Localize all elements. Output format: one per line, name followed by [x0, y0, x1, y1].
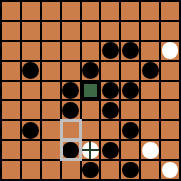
board-cell-r4c6[interactable]	[121, 82, 139, 100]
board-cell-r0c4[interactable]	[82, 2, 100, 20]
black-stone	[102, 42, 119, 59]
board-cell-r8c7[interactable]	[141, 161, 159, 179]
board-cell-r1c5[interactable]	[101, 22, 119, 40]
board-cell-r4c1[interactable]	[22, 82, 40, 100]
board-cell-r6c2[interactable]	[42, 121, 60, 139]
board-cell-r1c3[interactable]	[62, 22, 80, 40]
board-cell-r0c7[interactable]	[141, 2, 159, 20]
board-cell-r4c4[interactable]	[82, 82, 100, 100]
board-cell-r5c5[interactable]	[101, 101, 119, 119]
board-cell-r5c3[interactable]	[62, 101, 80, 119]
board-cell-r3c3[interactable]	[62, 62, 80, 80]
board-cell-r2c6[interactable]	[121, 42, 139, 60]
board-cell-r1c7[interactable]	[141, 22, 159, 40]
board-cell-r8c3[interactable]	[62, 161, 80, 179]
board-cell-r3c1[interactable]	[22, 62, 40, 80]
board-cell-r2c4[interactable]	[82, 42, 100, 60]
board-cell-r0c1[interactable]	[22, 2, 40, 20]
board-cell-r7c0[interactable]	[2, 141, 20, 159]
board-cell-r5c7[interactable]	[141, 101, 159, 119]
black-stone	[62, 82, 79, 99]
board-cell-r0c3[interactable]	[62, 2, 80, 20]
board-cell-r4c8[interactable]	[161, 82, 179, 100]
board-cell-r5c6[interactable]	[121, 101, 139, 119]
black-stone	[122, 42, 139, 59]
board-cell-r7c4[interactable]	[82, 141, 100, 159]
board-cell-r0c2[interactable]	[42, 2, 60, 20]
board-cell-r3c7[interactable]	[141, 62, 159, 80]
board-cell-r3c5[interactable]	[101, 62, 119, 80]
board-cell-r7c2[interactable]	[42, 141, 60, 159]
board-cell-r8c2[interactable]	[42, 161, 60, 179]
board-cell-r2c3[interactable]	[62, 42, 80, 60]
board-cell-r6c5[interactable]	[101, 121, 119, 139]
board-cell-r6c6[interactable]	[121, 121, 139, 139]
black-stone	[102, 142, 119, 159]
board-cell-r0c5[interactable]	[101, 2, 119, 20]
board-cell-r2c0[interactable]	[2, 42, 20, 60]
board-cell-r3c0[interactable]	[2, 62, 20, 80]
board-cell-r6c1[interactable]	[22, 121, 40, 139]
white-stone	[142, 142, 159, 159]
black-stone	[82, 62, 99, 79]
white-stone	[162, 42, 179, 59]
board-cell-r8c8[interactable]	[161, 161, 179, 179]
white-stone	[162, 162, 179, 179]
board-cell-r3c4[interactable]	[82, 62, 100, 80]
board-cell-r7c6[interactable]	[121, 141, 139, 159]
board-cell-r6c4[interactable]	[82, 121, 100, 139]
board-cell-r4c3[interactable]	[62, 82, 80, 100]
board-cell-r1c1[interactable]	[22, 22, 40, 40]
black-stone	[142, 62, 159, 79]
board-cell-r5c1[interactable]	[22, 101, 40, 119]
black-stone	[122, 162, 139, 179]
board-cell-r6c3[interactable]	[62, 121, 80, 139]
board-cell-r6c7[interactable]	[141, 121, 159, 139]
board-cell-r1c6[interactable]	[121, 22, 139, 40]
board-cell-r7c3[interactable]	[62, 141, 80, 159]
board-cell-r3c2[interactable]	[42, 62, 60, 80]
board-cell-r5c0[interactable]	[2, 101, 20, 119]
board-cell-r8c1[interactable]	[22, 161, 40, 179]
board-cell-r2c1[interactable]	[22, 42, 40, 60]
board-cell-r7c5[interactable]	[101, 141, 119, 159]
board-cell-r8c6[interactable]	[121, 161, 139, 179]
black-stone	[102, 102, 119, 119]
board-cell-r0c0[interactable]	[2, 2, 20, 20]
board-cell-r7c7[interactable]	[141, 141, 159, 159]
board-cell-r3c6[interactable]	[121, 62, 139, 80]
board-cell-r8c0[interactable]	[2, 161, 20, 179]
board-cell-r1c4[interactable]	[82, 22, 100, 40]
board-cell-r0c8[interactable]	[161, 2, 179, 20]
black-stone	[102, 82, 119, 99]
black-stone	[22, 122, 39, 139]
board-cell-r0c6[interactable]	[121, 2, 139, 20]
black-stone	[62, 142, 79, 159]
board-cell-r2c7[interactable]	[141, 42, 159, 60]
board-cell-r4c5[interactable]	[101, 82, 119, 100]
board-cell-r7c8[interactable]	[161, 141, 179, 159]
board-cell-r8c5[interactable]	[101, 161, 119, 179]
board-cell-r5c4[interactable]	[82, 101, 100, 119]
board-cell-r4c2[interactable]	[42, 82, 60, 100]
cross-marker-horizontal	[82, 149, 100, 151]
black-stone	[62, 102, 79, 119]
board-cell-r6c0[interactable]	[2, 121, 20, 139]
board-cell-r5c8[interactable]	[161, 101, 179, 119]
board-cell-r8c4[interactable]	[82, 161, 100, 179]
board-cell-r4c0[interactable]	[2, 82, 20, 100]
black-stone	[22, 62, 39, 79]
board-cell-r2c2[interactable]	[42, 42, 60, 60]
board-cell-r2c8[interactable]	[161, 42, 179, 60]
board-cell-r1c2[interactable]	[42, 22, 60, 40]
game-board	[0, 0, 181, 181]
board-cell-r2c5[interactable]	[101, 42, 119, 60]
black-stone	[122, 82, 139, 99]
green-square-marker	[82, 82, 100, 100]
board-cell-r1c0[interactable]	[2, 22, 20, 40]
board-cell-r5c2[interactable]	[42, 101, 60, 119]
board-cell-r7c1[interactable]	[22, 141, 40, 159]
board-cell-r4c7[interactable]	[141, 82, 159, 100]
highlight-border	[60, 119, 82, 141]
board-cell-r3c8[interactable]	[161, 62, 179, 80]
black-stone	[122, 122, 139, 139]
board-cell-r1c8[interactable]	[161, 22, 179, 40]
black-stone	[82, 162, 99, 179]
board-cell-r6c8[interactable]	[161, 121, 179, 139]
